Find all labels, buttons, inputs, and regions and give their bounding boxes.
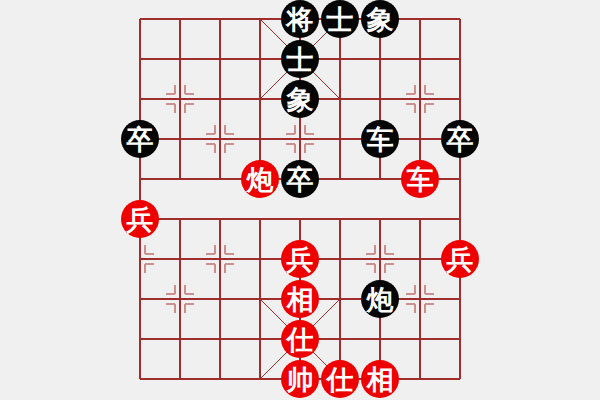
piece-red-cannon[interactable]: 炮 [241, 160, 279, 198]
piece-black-advisor[interactable]: 士 [321, 0, 359, 38]
pieces-layer: 将士象士象卒车卒卒炮炮车兵兵兵相仕帅仕相 [120, 0, 480, 399]
piece-red-soldier[interactable]: 兵 [441, 240, 479, 278]
piece-red-advisor[interactable]: 仕 [321, 360, 359, 398]
piece-black-elephant[interactable]: 象 [361, 0, 399, 38]
piece-black-chariot[interactable]: 车 [361, 120, 399, 158]
xiangqi-board: 将士象士象卒车卒卒炮炮车兵兵兵相仕帅仕相 [0, 0, 600, 400]
piece-red-chariot[interactable]: 车 [401, 160, 439, 198]
piece-red-elephant[interactable]: 相 [281, 280, 319, 318]
piece-black-cannon[interactable]: 炮 [361, 280, 399, 318]
piece-red-advisor[interactable]: 仕 [281, 320, 319, 358]
piece-black-general[interactable]: 将 [281, 0, 319, 38]
piece-red-soldier[interactable]: 兵 [281, 240, 319, 278]
piece-black-soldier[interactable]: 卒 [441, 120, 479, 158]
piece-red-elephant[interactable]: 相 [361, 360, 399, 398]
piece-black-soldier[interactable]: 卒 [121, 120, 159, 158]
piece-black-soldier[interactable]: 卒 [281, 160, 319, 198]
piece-red-general[interactable]: 帅 [281, 360, 319, 398]
piece-black-elephant[interactable]: 象 [281, 80, 319, 118]
piece-black-advisor[interactable]: 士 [281, 40, 319, 78]
piece-red-soldier[interactable]: 兵 [121, 200, 159, 238]
